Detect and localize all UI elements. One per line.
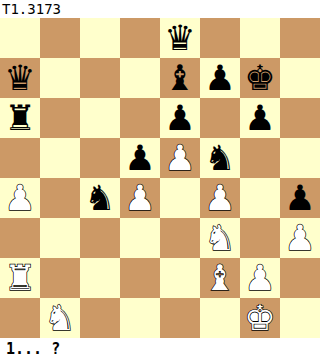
puzzle-id-label: T1.3173 — [2, 1, 61, 17]
square-f7[interactable]: ♟ — [200, 58, 240, 98]
square-e4[interactable] — [160, 178, 200, 218]
square-b2[interactable] — [40, 258, 80, 298]
black-pawn[interactable]: ♟ — [124, 138, 155, 178]
square-f8[interactable] — [200, 18, 240, 58]
square-f3[interactable]: ♞ — [200, 218, 240, 258]
square-c2[interactable] — [80, 258, 120, 298]
square-g3[interactable] — [240, 218, 280, 258]
square-c3[interactable] — [80, 218, 120, 258]
square-b8[interactable] — [40, 18, 80, 58]
square-h5[interactable] — [280, 138, 320, 178]
white-pawn[interactable]: ♟ — [204, 178, 235, 218]
square-a6[interactable]: ♜ — [0, 98, 40, 138]
black-pawn[interactable]: ♟ — [164, 98, 195, 138]
square-c5[interactable] — [80, 138, 120, 178]
square-g2[interactable]: ♟ — [240, 258, 280, 298]
chess-board: ♛♛♝♟♚♜♟♟♟♟♞♟♞♟♟♟♞♟♜♝♟♞♚ — [0, 18, 320, 338]
square-b1[interactable]: ♞ — [40, 298, 80, 338]
square-d6[interactable] — [120, 98, 160, 138]
square-g6[interactable]: ♟ — [240, 98, 280, 138]
white-pawn[interactable]: ♟ — [164, 138, 195, 178]
square-e2[interactable] — [160, 258, 200, 298]
square-h6[interactable] — [280, 98, 320, 138]
square-a1[interactable] — [0, 298, 40, 338]
square-f6[interactable] — [200, 98, 240, 138]
black-knight[interactable]: ♞ — [84, 178, 115, 218]
black-rook[interactable]: ♜ — [4, 98, 35, 138]
move-prompt-label: 1... ? — [6, 340, 60, 358]
square-h1[interactable] — [280, 298, 320, 338]
square-b5[interactable] — [40, 138, 80, 178]
square-f1[interactable] — [200, 298, 240, 338]
square-e1[interactable] — [160, 298, 200, 338]
square-d7[interactable] — [120, 58, 160, 98]
square-c6[interactable] — [80, 98, 120, 138]
square-f5[interactable]: ♞ — [200, 138, 240, 178]
square-d2[interactable] — [120, 258, 160, 298]
black-pawn[interactable]: ♟ — [244, 98, 275, 138]
square-a2[interactable]: ♜ — [0, 258, 40, 298]
chess-puzzle-app: T1.3173 ♛♛♝♟♚♜♟♟♟♟♞♟♞♟♟♟♞♟♜♝♟♞♚ 1... ? — [0, 0, 320, 360]
black-queen[interactable]: ♛ — [164, 18, 195, 58]
square-b3[interactable] — [40, 218, 80, 258]
square-f4[interactable]: ♟ — [200, 178, 240, 218]
square-d8[interactable] — [120, 18, 160, 58]
black-knight[interactable]: ♞ — [204, 138, 235, 178]
square-h8[interactable] — [280, 18, 320, 58]
square-a5[interactable] — [0, 138, 40, 178]
square-e5[interactable]: ♟ — [160, 138, 200, 178]
square-a7[interactable]: ♛ — [0, 58, 40, 98]
white-pawn[interactable]: ♟ — [244, 258, 275, 298]
square-g4[interactable] — [240, 178, 280, 218]
black-pawn[interactable]: ♟ — [284, 178, 315, 218]
white-knight[interactable]: ♞ — [44, 298, 75, 338]
square-a8[interactable] — [0, 18, 40, 58]
white-pawn[interactable]: ♟ — [124, 178, 155, 218]
white-bishop[interactable]: ♝ — [204, 258, 235, 298]
square-e3[interactable] — [160, 218, 200, 258]
white-king[interactable]: ♚ — [244, 298, 275, 338]
black-queen[interactable]: ♛ — [4, 58, 35, 98]
square-b4[interactable] — [40, 178, 80, 218]
white-pawn[interactable]: ♟ — [4, 178, 35, 218]
square-e6[interactable]: ♟ — [160, 98, 200, 138]
square-a4[interactable]: ♟ — [0, 178, 40, 218]
white-knight[interactable]: ♞ — [204, 218, 235, 258]
square-g5[interactable] — [240, 138, 280, 178]
square-f2[interactable]: ♝ — [200, 258, 240, 298]
square-b7[interactable] — [40, 58, 80, 98]
black-king[interactable]: ♚ — [244, 58, 275, 98]
square-d3[interactable] — [120, 218, 160, 258]
black-bishop[interactable]: ♝ — [164, 58, 195, 98]
square-a3[interactable] — [0, 218, 40, 258]
square-d4[interactable]: ♟ — [120, 178, 160, 218]
white-rook[interactable]: ♜ — [4, 258, 35, 298]
square-g1[interactable]: ♚ — [240, 298, 280, 338]
square-c8[interactable] — [80, 18, 120, 58]
white-pawn[interactable]: ♟ — [284, 218, 315, 258]
square-e8[interactable]: ♛ — [160, 18, 200, 58]
square-b6[interactable] — [40, 98, 80, 138]
square-c7[interactable] — [80, 58, 120, 98]
square-h4[interactable]: ♟ — [280, 178, 320, 218]
square-g7[interactable]: ♚ — [240, 58, 280, 98]
square-d1[interactable] — [120, 298, 160, 338]
square-e7[interactable]: ♝ — [160, 58, 200, 98]
square-c1[interactable] — [80, 298, 120, 338]
square-c4[interactable]: ♞ — [80, 178, 120, 218]
square-d5[interactable]: ♟ — [120, 138, 160, 178]
black-pawn[interactable]: ♟ — [204, 58, 235, 98]
square-h3[interactable]: ♟ — [280, 218, 320, 258]
square-h7[interactable] — [280, 58, 320, 98]
square-h2[interactable] — [280, 258, 320, 298]
square-g8[interactable] — [240, 18, 280, 58]
